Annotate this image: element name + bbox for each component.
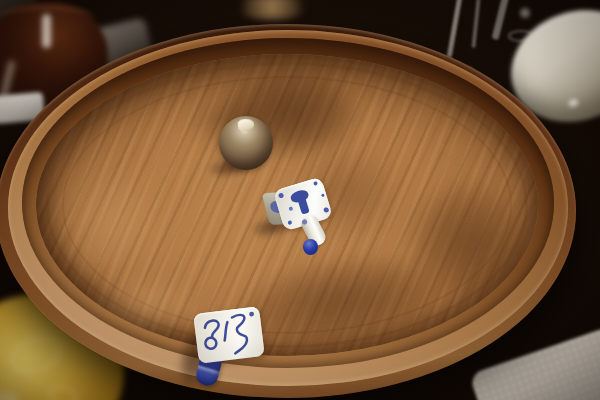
stone-ball-body <box>219 116 273 170</box>
bowl-reflection <box>568 98 580 108</box>
wine-glass-highlight <box>492 0 510 40</box>
wood-light-patch <box>56 164 166 284</box>
porcelain-spinning-top-bottom[interactable] <box>174 288 284 388</box>
cobalt-dot <box>320 193 324 197</box>
cobalt-figure-mark <box>297 196 310 215</box>
cobalt-dot <box>287 220 292 225</box>
bokeh-light <box>520 8 530 18</box>
porcelain-spinning-top-center[interactable] <box>252 170 347 255</box>
cobalt-dot <box>277 192 283 198</box>
stone-ball[interactable] <box>219 116 273 170</box>
cup-rim <box>0 6 96 32</box>
glass-bubble <box>6 330 66 380</box>
photo-scene <box>0 0 600 400</box>
cobalt-dot <box>313 180 318 185</box>
wine-glass-highlight <box>447 0 463 58</box>
spinner-blue-tip <box>303 239 318 255</box>
top-upper-face <box>193 306 265 364</box>
glass-shine <box>0 392 20 400</box>
wine-glass-highlight <box>471 0 480 48</box>
cobalt-calligraphy-marks <box>193 306 265 364</box>
cobalt-dot <box>323 206 329 212</box>
glass-bubble <box>46 382 80 400</box>
cobalt-dot <box>288 206 293 211</box>
stone-facet-highlight <box>237 118 255 132</box>
cobalt-dot <box>301 218 308 225</box>
background-blur-blob <box>232 0 312 20</box>
